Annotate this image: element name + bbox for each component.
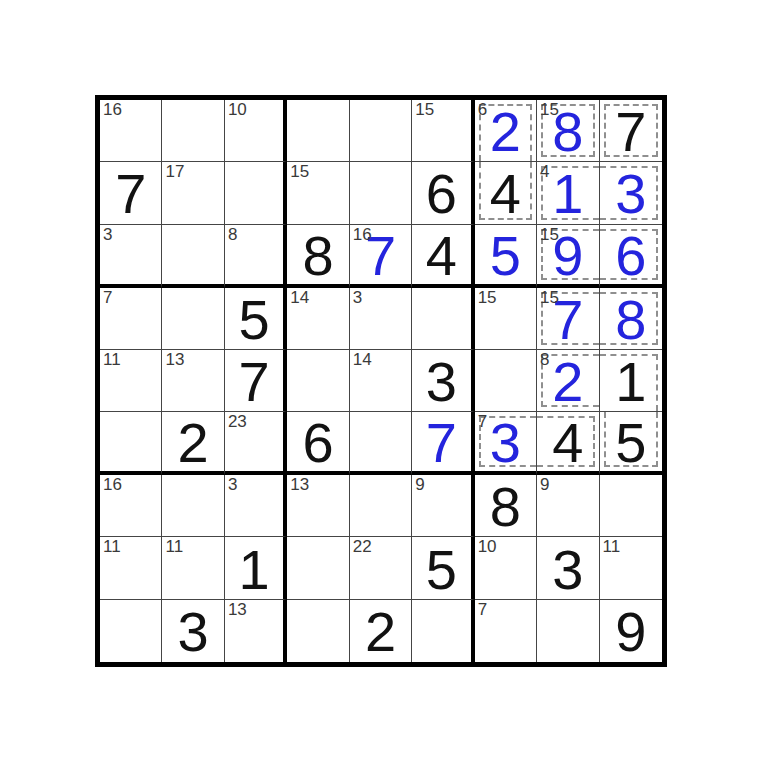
cell-r9c4[interactable]	[287, 600, 349, 662]
cage-clue: 6	[478, 101, 487, 120]
cage-clue: 11	[165, 538, 183, 557]
cell-r7c5[interactable]	[350, 475, 412, 537]
sudoku-board: 1610156215877171564413388167451596751431…	[95, 95, 667, 667]
cage-clue: 7	[478, 413, 487, 432]
cage-clue: 10	[478, 538, 497, 557]
cage-clue: 7	[103, 289, 112, 308]
cell-r5c9[interactable]: 1	[600, 350, 662, 412]
cell-r4c4[interactable]: 14	[287, 288, 349, 350]
entry-digit: 3	[615, 163, 646, 222]
cell-r6c3[interactable]: 23	[225, 412, 287, 475]
cage-clue: 9	[540, 476, 549, 495]
cell-r1c5[interactable]	[350, 100, 412, 162]
entry-digit: 2	[552, 351, 583, 410]
cell-r2c5[interactable]	[350, 162, 412, 224]
cage-clue: 9	[415, 476, 424, 495]
cell-r4c1[interactable]: 7	[100, 288, 162, 350]
entry-digit: 5	[490, 225, 521, 284]
cell-r7c6[interactable]: 9	[412, 475, 474, 537]
cell-r1c6[interactable]: 15	[412, 100, 474, 162]
cage-clue: 3	[353, 289, 362, 308]
cage-clue: 15	[290, 163, 309, 182]
cell-r5c5[interactable]: 14	[350, 350, 412, 412]
cell-r2c1[interactable]: 7	[100, 162, 162, 224]
cell-r6c7[interactable]: 73	[475, 412, 537, 475]
cell-r9c2[interactable]: 3	[162, 600, 224, 662]
cell-r3c7[interactable]: 5	[475, 225, 537, 288]
cell-r9c6[interactable]	[412, 600, 474, 662]
cage-clue: 15	[540, 101, 559, 120]
cage-clue: 4	[540, 163, 549, 182]
cell-r2c6[interactable]: 6	[412, 162, 474, 224]
cell-r3c6[interactable]: 4	[412, 225, 474, 288]
cell-r2c3[interactable]	[225, 162, 287, 224]
cell-r3c1[interactable]: 3	[100, 225, 162, 288]
given-digit: 5	[239, 289, 270, 348]
cage-clue: 15	[415, 101, 434, 120]
cage-clue: 15	[478, 289, 497, 308]
cell-r6c5[interactable]	[350, 412, 412, 475]
cell-r2c2[interactable]: 17	[162, 162, 224, 224]
given-digit: 9	[615, 601, 646, 660]
cell-r7c1[interactable]: 16	[100, 475, 162, 537]
cell-r8c7[interactable]: 10	[475, 537, 537, 599]
cage-clue: 17	[165, 163, 184, 182]
cell-r8c3[interactable]: 1	[225, 537, 287, 599]
cell-r7c8[interactable]: 9	[537, 475, 599, 537]
given-digit: 3	[426, 351, 457, 410]
cage-clue: 23	[228, 413, 247, 432]
cell-r2c7[interactable]: 4	[475, 162, 537, 224]
cell-r4c5[interactable]: 3	[350, 288, 412, 350]
cell-r3c4[interactable]: 8	[287, 225, 349, 288]
cell-r5c8[interactable]: 82	[537, 350, 599, 412]
cell-r6c9[interactable]: 5	[600, 412, 662, 475]
cell-r5c2[interactable]: 13	[162, 350, 224, 412]
cell-r8c9[interactable]: 11	[600, 537, 662, 599]
given-digit: 2	[178, 412, 209, 471]
cage-clue: 3	[228, 476, 237, 495]
cell-r6c6[interactable]: 7	[412, 412, 474, 475]
cell-r1c9[interactable]: 7	[600, 100, 662, 162]
given-digit: 8	[302, 225, 333, 284]
cage-clue: 16	[353, 226, 372, 245]
cell-r9c9[interactable]: 9	[600, 600, 662, 662]
cell-r4c7[interactable]: 15	[475, 288, 537, 350]
given-digit: 2	[365, 601, 396, 660]
cell-r3c9[interactable]: 6	[600, 225, 662, 288]
cell-r6c1[interactable]	[100, 412, 162, 475]
entry-digit: 2	[490, 101, 521, 160]
cage-clue: 15	[540, 289, 559, 308]
cell-r3c5[interactable]: 167	[350, 225, 412, 288]
given-digit: 5	[426, 539, 457, 598]
cage-clue: 14	[290, 289, 309, 308]
given-digit: 4	[426, 225, 457, 284]
given-digit: 1	[615, 351, 646, 410]
entry-digit: 1	[552, 163, 583, 222]
cell-r9c1[interactable]	[100, 600, 162, 662]
cage-clue: 15	[540, 226, 559, 245]
cell-r3c3[interactable]: 8	[225, 225, 287, 288]
cell-r3c2[interactable]	[162, 225, 224, 288]
given-digit: 5	[615, 412, 646, 471]
cell-r6c2[interactable]: 2	[162, 412, 224, 475]
cage-clue: 16	[103, 101, 122, 120]
cell-r1c1[interactable]: 16	[100, 100, 162, 162]
cell-r8c6[interactable]: 5	[412, 537, 474, 599]
given-digit: 7	[239, 351, 270, 410]
cell-r4c8[interactable]: 157	[537, 288, 599, 350]
cell-r4c2[interactable]	[162, 288, 224, 350]
cell-r9c7[interactable]: 7	[475, 600, 537, 662]
cell-r4c9[interactable]: 8	[600, 288, 662, 350]
cell-r2c9[interactable]: 3	[600, 162, 662, 224]
entry-digit: 3	[490, 412, 521, 471]
cage-clue: 3	[103, 226, 112, 245]
cell-r3c8[interactable]: 159	[537, 225, 599, 288]
killer-sudoku-page: 1610156215877171564413388167451596751431…	[0, 0, 760, 760]
given-digit: 7	[615, 101, 646, 160]
cage-clue: 8	[228, 226, 237, 245]
given-digit: 1	[239, 539, 270, 598]
cell-r7c9[interactable]	[600, 475, 662, 537]
cell-r1c3[interactable]: 10	[225, 100, 287, 162]
cell-r4c3[interactable]: 5	[225, 288, 287, 350]
entry-digit: 7	[426, 412, 457, 471]
cell-r8c1[interactable]: 11	[100, 537, 162, 599]
cell-r8c5[interactable]: 22	[350, 537, 412, 599]
given-digit: 7	[115, 163, 146, 222]
cage-clue: 10	[228, 101, 247, 120]
cell-r9c3[interactable]: 13	[225, 600, 287, 662]
cell-r5c6[interactable]: 3	[412, 350, 474, 412]
cell-r7c4[interactable]: 13	[287, 475, 349, 537]
cell-r1c2[interactable]	[162, 100, 224, 162]
cage-clue: 13	[290, 476, 309, 495]
entry-digit: 8	[615, 289, 646, 348]
cage-clue: 13	[228, 601, 247, 620]
cell-r2c8[interactable]: 41	[537, 162, 599, 224]
cell-r7c2[interactable]	[162, 475, 224, 537]
cell-r9c8[interactable]	[537, 600, 599, 662]
cell-r1c8[interactable]: 158	[537, 100, 599, 162]
cell-r7c3[interactable]: 3	[225, 475, 287, 537]
given-digit: 4	[490, 163, 521, 222]
cell-r5c4[interactable]	[287, 350, 349, 412]
cell-r1c4[interactable]	[287, 100, 349, 162]
cell-r6c8[interactable]: 4	[537, 412, 599, 475]
cell-r6c4[interactable]: 6	[287, 412, 349, 475]
cage-clue: 11	[603, 538, 621, 557]
cell-r8c2[interactable]: 11	[162, 537, 224, 599]
given-digit: 6	[302, 412, 333, 471]
cage-clue: 7	[478, 601, 487, 620]
given-digit: 8	[490, 476, 521, 535]
entry-digit: 6	[615, 225, 646, 284]
given-digit: 6	[426, 163, 457, 222]
cell-r4c6[interactable]	[412, 288, 474, 350]
cell-r5c7[interactable]	[475, 350, 537, 412]
cage-clue: 14	[353, 351, 372, 370]
cage-clue: 13	[165, 351, 184, 370]
cage-clue: 8	[540, 351, 549, 370]
cell-r9c5[interactable]: 2	[350, 600, 412, 662]
cell-r5c3[interactable]: 7	[225, 350, 287, 412]
cell-r5c1[interactable]: 11	[100, 350, 162, 412]
given-digit: 3	[178, 601, 209, 660]
given-digit: 3	[552, 539, 583, 598]
cage-clue: 11	[103, 538, 121, 557]
cell-r8c4[interactable]	[287, 537, 349, 599]
cage-clue: 22	[353, 538, 372, 557]
cell-r8c8[interactable]: 3	[537, 537, 599, 599]
cage-clue: 16	[103, 476, 122, 495]
cell-r1c7[interactable]: 62	[475, 100, 537, 162]
given-digit: 4	[552, 412, 583, 471]
cell-r7c7[interactable]: 8	[475, 475, 537, 537]
cell-r2c4[interactable]: 15	[287, 162, 349, 224]
cage-clue: 11	[103, 351, 121, 370]
